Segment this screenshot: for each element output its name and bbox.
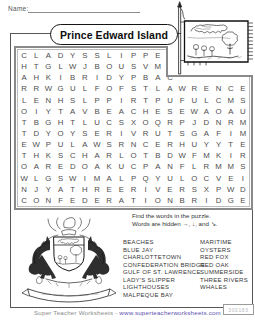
grid-cell: L — [54, 61, 66, 72]
grid-cell: T — [140, 95, 152, 106]
instructions-line2: Words are hidden →, ↓, and ↘. — [132, 220, 250, 228]
grid-cell: E — [164, 184, 176, 195]
grid-cell: C — [18, 50, 30, 61]
grid-cell: U — [115, 161, 127, 172]
grid-cell: D — [164, 150, 176, 161]
grid-cell: B — [176, 195, 188, 206]
grid-cell: N — [164, 161, 176, 172]
word-item: SUMMERSIDE — [200, 269, 248, 277]
grid-cell: P — [42, 139, 54, 150]
grid-cell: I — [237, 173, 249, 184]
grid-cell: B — [67, 72, 79, 83]
grid-cell: I — [225, 150, 237, 161]
grid-cell: W — [176, 150, 188, 161]
grid-cell: B — [30, 117, 42, 128]
grid-cell: C — [127, 106, 139, 117]
notch-vertical-border — [166, 46, 168, 77]
grid-cell: J — [79, 61, 91, 72]
grid-cell: P — [176, 117, 188, 128]
grid-cell: L — [200, 95, 212, 106]
grid-cell: M — [225, 161, 237, 172]
grid-cell: Q — [140, 173, 152, 184]
grid-cell: C — [213, 95, 225, 106]
grid-cell: A — [164, 83, 176, 94]
word-list-left: BEACHESBLUE JAYCHARLOTTETOWNCONFEDERATIO… — [123, 239, 205, 299]
grid-cell: E — [237, 83, 249, 94]
grid-cell: E — [225, 173, 237, 184]
grid-cell: L — [79, 95, 91, 106]
grid-cell: F — [213, 128, 225, 139]
worksheet-id: 300183 — [228, 307, 248, 313]
grid-cell: S — [237, 95, 249, 106]
grid-cell: Q — [152, 117, 164, 128]
grid-cell: O — [30, 195, 42, 206]
grid-cell: R — [103, 195, 115, 206]
grid-cell: O — [18, 161, 30, 172]
grid-cell: S — [103, 139, 115, 150]
grid-cell: E — [103, 106, 115, 117]
grid-cell: P — [127, 50, 139, 61]
grid-cell: R — [127, 95, 139, 106]
grid-cell: A — [103, 173, 115, 184]
grid-cell: M — [237, 117, 249, 128]
grid-cell: P — [140, 161, 152, 172]
grid-cell: Y — [42, 184, 54, 195]
grid-cell: E — [176, 106, 188, 117]
grid-cell: R — [200, 161, 212, 172]
grid-cell: X — [127, 117, 139, 128]
word-item: MARITIME — [200, 239, 248, 247]
grid-cell: G — [54, 83, 66, 94]
grid-cell: E — [152, 106, 164, 117]
grid-cell: U — [67, 83, 79, 94]
grid-cell: H — [176, 139, 188, 150]
grid-cell: W — [18, 173, 30, 184]
grid-cell: R — [237, 150, 249, 161]
grid-cell: L — [30, 173, 42, 184]
grid-cell: J — [188, 117, 200, 128]
grid-cell: U — [115, 61, 127, 72]
grid-cell: W — [225, 184, 237, 195]
grid-cell: O — [54, 128, 66, 139]
grid-cell: C — [225, 83, 237, 94]
grid-cell: S — [67, 95, 79, 106]
grid-cell: S — [164, 106, 176, 117]
grid-cell: T — [18, 150, 30, 161]
grid-cell: L — [79, 83, 91, 94]
grid-cell: A — [18, 72, 30, 83]
grid-cell: H — [18, 61, 30, 72]
grid-cell: M — [152, 61, 164, 72]
grid-cell: W — [91, 139, 103, 150]
grid-cell: E — [103, 184, 115, 195]
grid-cell: U — [91, 117, 103, 128]
grid-cell: A — [91, 161, 103, 172]
grid-cell: L — [176, 173, 188, 184]
grid-cell: S — [54, 173, 66, 184]
grid-cell: I — [115, 128, 127, 139]
name-label: Name: — [8, 5, 29, 12]
grid-cell: N — [18, 184, 30, 195]
grid-cell: I — [140, 195, 152, 206]
grid-cell: R — [140, 128, 152, 139]
grid-cell: W — [30, 139, 42, 150]
grid-cell: S — [176, 128, 188, 139]
word-item: CONFEDERATION BRIDGE — [123, 262, 205, 270]
grid-cell: R — [42, 161, 54, 172]
grid-cell: D — [237, 184, 249, 195]
grid-cell: U — [188, 139, 200, 150]
grid-cell: N — [42, 195, 54, 206]
grid-cell: I — [200, 195, 212, 206]
grid-cell: U — [164, 95, 176, 106]
grid-cell: R — [103, 150, 115, 161]
grid-cell: Y — [67, 50, 79, 61]
grid-cell: E — [152, 139, 164, 150]
grid-cell: I — [91, 72, 103, 83]
footer-brand: Super Teacher Worksheets — [34, 309, 113, 316]
grid-cell: Y — [152, 173, 164, 184]
word-item: RED FOX — [200, 254, 248, 262]
word-item: MALPEQUE BAY — [123, 292, 205, 300]
grid-cell: A — [115, 106, 127, 117]
grid-cell: A — [200, 106, 212, 117]
grid-cell: O — [140, 117, 152, 128]
grid-cell: F — [91, 83, 103, 94]
grid-cell: E — [152, 50, 164, 61]
grid-cell: F — [176, 95, 188, 106]
grid-cell: C — [140, 139, 152, 150]
grid-cell: C — [127, 161, 139, 172]
grid-cell: E — [54, 161, 66, 172]
grid-cell: O — [103, 61, 115, 72]
grid-cell: I — [54, 72, 66, 83]
grid-cell: P — [127, 72, 139, 83]
grid-cell: T — [67, 117, 79, 128]
grid-cell: D — [200, 117, 212, 128]
grid-cell: V — [127, 128, 139, 139]
worksheet-id-box: 300183 — [223, 304, 254, 315]
grid-cell: R — [188, 195, 200, 206]
grid-cell: P — [91, 95, 103, 106]
grid-cell: P — [152, 95, 164, 106]
grid-cell: H — [54, 95, 66, 106]
grid-cell: R — [176, 184, 188, 195]
grid-cell: E — [237, 139, 249, 150]
grid-cell: A — [67, 106, 79, 117]
grid-cell: M — [200, 150, 212, 161]
grid-cell: F — [115, 83, 127, 94]
grid-cell: G — [42, 173, 54, 184]
grid-cell: X — [200, 184, 212, 195]
grid-cell: U — [188, 95, 200, 106]
grid-cell: Y — [67, 128, 79, 139]
grid-cell: O — [103, 83, 115, 94]
word-item: BEACHES — [123, 239, 205, 247]
grid-cell: M — [213, 161, 225, 172]
grid-cell: S — [237, 161, 249, 172]
footer-url: www.superteacherworksheets.com — [119, 309, 221, 316]
grid-cell: Y — [42, 106, 54, 117]
grid-cell: F — [176, 161, 188, 172]
grid-cell: Y — [200, 139, 212, 150]
grid-cell: A — [54, 184, 66, 195]
grid-cell: F — [188, 150, 200, 161]
grid-cell: R — [127, 184, 139, 195]
grid-cell: K — [103, 161, 115, 172]
pei-coat-of-arms-illustration-icon — [8, 211, 130, 305]
grid-cell: P — [103, 95, 115, 106]
grid-cell: E — [91, 128, 103, 139]
grid-cell: R — [164, 117, 176, 128]
grid-cell: M — [225, 95, 237, 106]
grid-cell: A — [115, 195, 127, 206]
grid-cell: B — [91, 61, 103, 72]
grid-cell: K — [42, 150, 54, 161]
grid-cell: D — [54, 50, 66, 61]
grid-cell: D — [30, 128, 42, 139]
grid-cell: E — [115, 184, 127, 195]
grid-cell: I — [115, 95, 127, 106]
grid-cell: R — [30, 83, 42, 94]
grid-cell: C — [67, 150, 79, 161]
grid-cell: Y — [42, 128, 54, 139]
grid-cell: D — [103, 72, 115, 83]
word-item: RED OAK — [200, 262, 248, 270]
grid-cell: T — [18, 117, 30, 128]
word-item: LIGHTHOUSES — [123, 284, 205, 292]
grid-cell: A — [91, 150, 103, 161]
grid-cell: A — [79, 139, 91, 150]
grid-cell: I — [140, 184, 152, 195]
word-list-right: MARITIMEOYSTERSRED FOXRED OAKSUMMERSIDET… — [200, 239, 248, 292]
grid-cell: G — [42, 61, 54, 72]
grid-cell: R — [164, 139, 176, 150]
word-item: THREE RIVERS — [200, 277, 248, 285]
grid-cell: S — [115, 117, 127, 128]
grid-cell: N — [42, 95, 54, 106]
grid-cell: L — [30, 50, 42, 61]
word-item: BLUE JAY — [123, 247, 205, 255]
grid-cell: I — [79, 173, 91, 184]
grid-cell: T — [18, 128, 30, 139]
grid-cell: R — [115, 139, 127, 150]
instructions-line1: Find the words in the puzzle. — [132, 212, 250, 220]
grid-cell: T — [140, 83, 152, 94]
grid-cell: S — [91, 50, 103, 61]
grid-cell: R — [103, 128, 115, 139]
grid-cell: R — [18, 83, 30, 94]
grid-cell: T — [30, 61, 42, 72]
grid-cell: A — [200, 128, 212, 139]
grid-cell: A — [152, 161, 164, 172]
grid-cell: W — [67, 173, 79, 184]
grid-cell: S — [127, 61, 139, 72]
grid-cell: P — [127, 173, 139, 184]
grid-cell: G — [188, 128, 200, 139]
grid-cell: C — [200, 173, 212, 184]
grid-cell: C — [103, 117, 115, 128]
page-title: Prince Edward Island — [50, 24, 178, 45]
grid-cell: D — [79, 195, 91, 206]
grid-cell: E — [18, 139, 30, 150]
grid-cell: W — [176, 83, 188, 94]
grid-cell: K — [213, 150, 225, 161]
grid-cell: V — [152, 184, 164, 195]
grid-cell: E — [91, 195, 103, 206]
grid-cell: N — [164, 195, 176, 206]
grid-cell: T — [225, 139, 237, 150]
grid-cell: D — [67, 161, 79, 172]
grid-cell: H — [140, 106, 152, 117]
grid-cell: I — [225, 128, 237, 139]
footer: Super Teacher Worksheets - www.superteac… — [0, 309, 255, 316]
grid-cell: A — [42, 50, 54, 61]
grid-cell: E — [30, 95, 42, 106]
grid-cell: U — [152, 128, 164, 139]
pei-flag-illustration-icon — [172, 0, 255, 80]
grid-cell: R — [225, 117, 237, 128]
grid-cell: H — [30, 150, 42, 161]
worksheet-page: Name: CLADYSSLIPPERHTGLWJBOUSVMGAHKIBRID… — [0, 0, 255, 330]
grid-cell: P — [213, 184, 225, 195]
word-item: CHARLOTTETOWN — [123, 254, 205, 262]
word-item: LADY'S SLIPPER — [123, 277, 205, 285]
grid-cell: U — [237, 106, 249, 117]
grid-cell: T — [54, 106, 66, 117]
grid-cell: C — [18, 195, 30, 206]
grid-cell: N — [213, 117, 225, 128]
grid-cell: R — [79, 72, 91, 83]
grid-cell: S — [127, 83, 139, 94]
word-item: GULF OF ST. LAWRENCE — [123, 269, 205, 277]
grid-cell: Y — [115, 72, 127, 83]
grid-cell: O — [152, 195, 164, 206]
grid-cell: E — [200, 83, 212, 94]
grid-cell: I — [30, 106, 42, 117]
page-title-text: Prince Edward Island — [60, 29, 168, 41]
grid-cell: O — [213, 106, 225, 117]
grid-cell: U — [164, 173, 176, 184]
grid-cell: L — [79, 117, 91, 128]
grid-cell: L — [188, 161, 200, 172]
grid-cell: N — [213, 83, 225, 94]
grid-cell: D — [213, 195, 225, 206]
grid-cell: H — [79, 184, 91, 195]
grid-cell: T — [67, 184, 79, 195]
grid-cell: T — [164, 128, 176, 139]
grid-cell: L — [115, 150, 127, 161]
grid-cell: J — [30, 184, 42, 195]
grid-cell: T — [127, 195, 139, 206]
grid-cell: G — [225, 195, 237, 206]
word-item: WHALES — [200, 284, 248, 292]
grid-cell: H — [30, 72, 42, 83]
grid-cell: L — [67, 139, 79, 150]
grid-cell: M — [91, 173, 103, 184]
grid-cell: Y — [213, 139, 225, 150]
grid-cell: U — [54, 139, 66, 150]
grid-cell: L — [103, 50, 115, 61]
grid-cell: B — [91, 106, 103, 117]
grid-cell: S — [79, 50, 91, 61]
grid-cell: O — [127, 150, 139, 161]
grid-cell: G — [42, 117, 54, 128]
grid-cell: B — [152, 150, 164, 161]
grid-cell: P — [140, 50, 152, 61]
grid-cell: L — [152, 83, 164, 94]
grid-cell: A — [152, 72, 164, 83]
grid-cell: R — [188, 83, 200, 94]
grid-cell: A — [30, 161, 42, 172]
grid-cell: H — [54, 117, 66, 128]
grid-cell: W — [42, 83, 54, 94]
grid-cell: V — [79, 106, 91, 117]
grid-cell: L — [115, 173, 127, 184]
grid-cell: H — [79, 150, 91, 161]
grid-cell: B — [140, 72, 152, 83]
grid-cell: V — [213, 173, 225, 184]
grid-cell: S — [188, 184, 200, 195]
grid-cell: N — [127, 139, 139, 150]
grid-cell: E — [67, 195, 79, 206]
word-item: OYSTERS — [200, 247, 248, 255]
grid-cell: M — [237, 128, 249, 139]
grid-cell: K — [42, 72, 54, 83]
grid-cell: E — [237, 195, 249, 206]
grid-cell: I — [115, 50, 127, 61]
instructions: Find the words in the puzzle. Words are … — [132, 212, 250, 228]
grid-cell: O — [18, 106, 30, 117]
grid-cell: S — [54, 150, 66, 161]
grid-cell: A — [225, 106, 237, 117]
grid-cell: L — [18, 95, 30, 106]
grid-cell: W — [67, 61, 79, 72]
grid-cell: V — [140, 61, 152, 72]
grid-cell: S — [79, 128, 91, 139]
name-blank-line — [28, 12, 140, 13]
grid-cell: T — [140, 150, 152, 161]
grid-cell: W — [188, 106, 200, 117]
grid-cell: F — [54, 195, 66, 206]
grid-cell: O — [188, 173, 200, 184]
grid-cell: R — [91, 184, 103, 195]
grid-cell: O — [79, 161, 91, 172]
